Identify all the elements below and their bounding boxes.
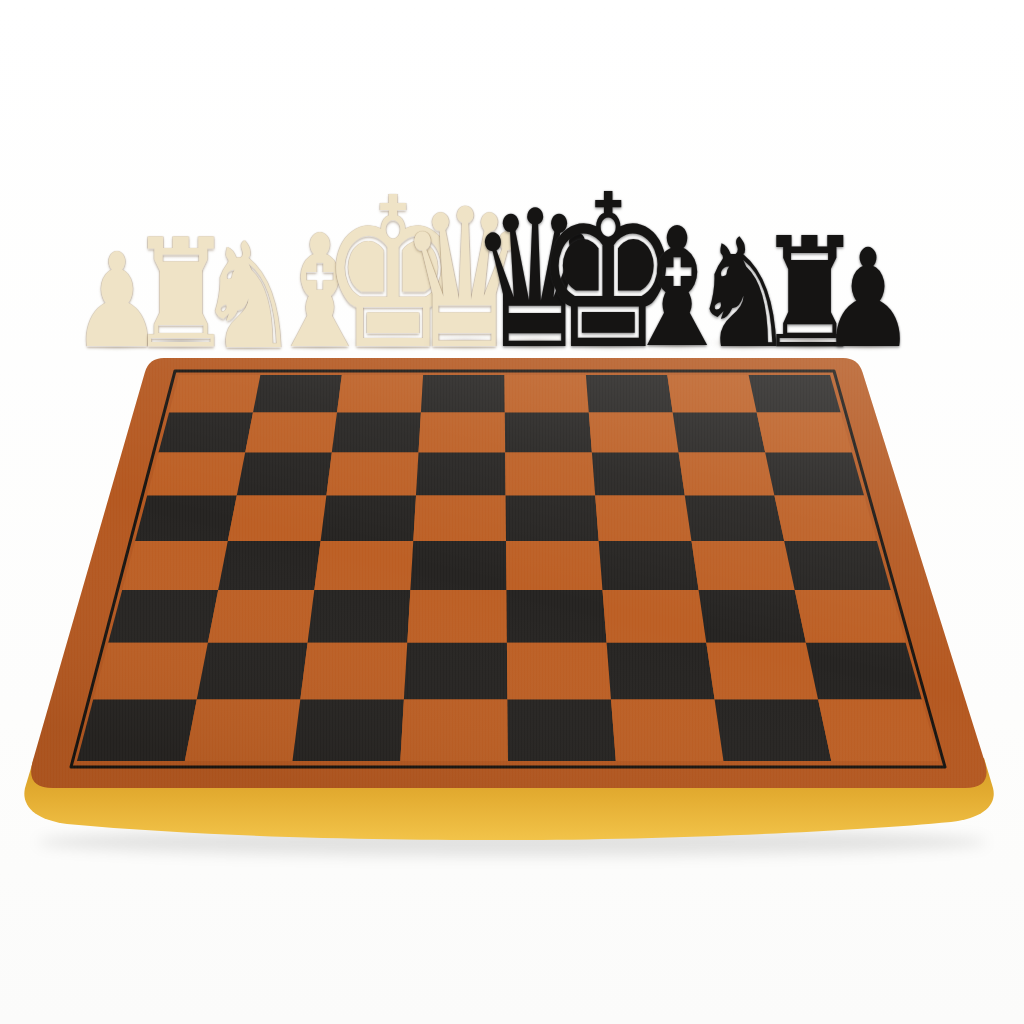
- light-sheen-overlay: [31, 358, 986, 788]
- black-pawn-piece: ♟: [820, 231, 915, 367]
- scene: ♟♜♞♝♚♛♛♚♝♞♜♟: [0, 0, 1024, 1024]
- chessboard: [0, 0, 1024, 1024]
